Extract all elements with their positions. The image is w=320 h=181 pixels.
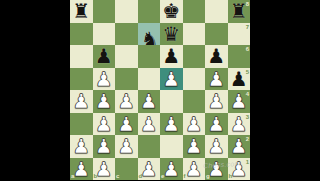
white-pawn[interactable]: ♟ [93, 68, 116, 91]
white-pawn[interactable]: ♟ [160, 158, 183, 181]
square-a2[interactable]: ♟ [70, 135, 93, 158]
square-c5[interactable] [115, 68, 138, 91]
square-h1[interactable]: ♟1h [228, 158, 251, 181]
square-e1[interactable]: ♟e [160, 158, 183, 181]
white-pawn[interactable]: ♟ [93, 90, 116, 113]
square-g2[interactable]: ♟ [205, 135, 228, 158]
square-g3[interactable]: ♟ [205, 113, 228, 136]
square-g7[interactable] [205, 23, 228, 46]
square-c8[interactable] [115, 0, 138, 23]
square-f5[interactable] [183, 68, 206, 91]
square-g1[interactable]: ♟g [205, 158, 228, 181]
white-pawn[interactable]: ♟ [205, 90, 228, 113]
square-b7[interactable] [93, 23, 116, 46]
white-pawn[interactable]: ♟ [183, 135, 206, 158]
square-b2[interactable]: ♟ [93, 135, 116, 158]
white-pawn[interactable]: ♟ [138, 113, 161, 136]
white-pawn[interactable]: ♟ [183, 158, 206, 181]
square-h7[interactable]: 7 [228, 23, 251, 46]
square-d7[interactable]: ♞ [138, 23, 161, 46]
letterbox-right [250, 0, 320, 180]
square-d3[interactable]: ♟ [138, 113, 161, 136]
square-g8[interactable] [205, 0, 228, 23]
black-rook[interactable]: ♜ [228, 0, 251, 23]
square-b8[interactable] [93, 0, 116, 23]
square-c3[interactable]: ♟ [115, 113, 138, 136]
white-pawn[interactable]: ♟ [205, 158, 228, 181]
white-pawn[interactable]: ♟ [138, 90, 161, 113]
white-pawn[interactable]: ♟ [228, 158, 251, 181]
white-pawn[interactable]: ♟ [115, 135, 138, 158]
square-f8[interactable] [183, 0, 206, 23]
square-c4[interactable]: ♟ [115, 90, 138, 113]
square-b6[interactable]: ♟ [93, 45, 116, 68]
square-g4[interactable]: ♟ [205, 90, 228, 113]
white-pawn[interactable]: ♟ [228, 113, 251, 136]
white-pawn[interactable]: ♟ [183, 113, 206, 136]
white-pawn[interactable]: ♟ [70, 90, 93, 113]
white-pawn[interactable]: ♟ [228, 90, 251, 113]
square-h3[interactable]: ♟3 [228, 113, 251, 136]
white-pawn[interactable]: ♟ [160, 68, 183, 91]
square-d8[interactable] [138, 0, 161, 23]
square-a4[interactable]: ♟ [70, 90, 93, 113]
square-a1[interactable]: ♟a [70, 158, 93, 181]
black-pawn[interactable]: ♟ [160, 45, 183, 68]
white-pawn[interactable]: ♟ [70, 158, 93, 181]
square-e3[interactable]: ♟ [160, 113, 183, 136]
white-pawn[interactable]: ♟ [115, 90, 138, 113]
white-pawn[interactable]: ♟ [93, 158, 116, 181]
square-e4[interactable] [160, 90, 183, 113]
square-f1[interactable]: ♟f [183, 158, 206, 181]
square-g6[interactable]: ♟ [205, 45, 228, 68]
rank-label-6: 6 [246, 46, 249, 52]
letterbox-left [0, 0, 70, 180]
square-h6[interactable]: 6 [228, 45, 251, 68]
square-e7[interactable]: ♛ [160, 23, 183, 46]
white-pawn[interactable]: ♟ [138, 158, 161, 181]
white-pawn[interactable]: ♟ [228, 135, 251, 158]
square-c6[interactable] [115, 45, 138, 68]
square-d1[interactable]: ♟d [138, 158, 161, 181]
square-a6[interactable] [70, 45, 93, 68]
square-d6[interactable] [138, 45, 161, 68]
black-king[interactable]: ♚ [160, 0, 183, 23]
square-h8[interactable]: ♜8 [228, 0, 251, 23]
square-h2[interactable]: ♟2 [228, 135, 251, 158]
white-pawn[interactable]: ♟ [205, 68, 228, 91]
square-c7[interactable] [115, 23, 138, 46]
square-c1[interactable]: c [115, 158, 138, 181]
square-f7[interactable] [183, 23, 206, 46]
white-pawn[interactable]: ♟ [205, 113, 228, 136]
square-e8[interactable]: ♚ [160, 0, 183, 23]
square-d2[interactable] [138, 135, 161, 158]
square-f6[interactable] [183, 45, 206, 68]
black-rook[interactable]: ♜ [70, 0, 93, 23]
square-e5[interactable]: ♟ [160, 68, 183, 91]
square-b4[interactable]: ♟ [93, 90, 116, 113]
square-f2[interactable]: ♟ [183, 135, 206, 158]
square-h4[interactable]: ♟4 [228, 90, 251, 113]
chess-board[interactable]: ♜♚♜8♞♛7♟♟♟6♟♟♟♟5♟♟♟♟♟♟4♟♟♟♟♟♟♟3♟♟♟♟♟♟2♟a… [70, 0, 250, 180]
square-g5[interactable]: ♟ [205, 68, 228, 91]
white-pawn[interactable]: ♟ [205, 135, 228, 158]
square-a3[interactable] [70, 113, 93, 136]
square-b3[interactable]: ♟ [93, 113, 116, 136]
square-f3[interactable]: ♟ [183, 113, 206, 136]
square-b1[interactable]: ♟b [93, 158, 116, 181]
square-d5[interactable] [138, 68, 161, 91]
square-a7[interactable] [70, 23, 93, 46]
black-pawn[interactable]: ♟ [205, 45, 228, 68]
white-pawn[interactable]: ♟ [93, 135, 116, 158]
square-a8[interactable]: ♜ [70, 0, 93, 23]
square-b5[interactable]: ♟ [93, 68, 116, 91]
square-a5[interactable] [70, 68, 93, 91]
square-e6[interactable]: ♟ [160, 45, 183, 68]
file-label-c: c [116, 173, 119, 179]
white-pawn[interactable]: ♟ [115, 113, 138, 136]
black-pawn[interactable]: ♟ [93, 45, 116, 68]
square-f4[interactable] [183, 90, 206, 113]
black-queen[interactable]: ♛ [160, 23, 183, 46]
white-pawn[interactable]: ♟ [93, 113, 116, 136]
black-pawn[interactable]: ♟ [228, 68, 251, 91]
square-c2[interactable]: ♟ [115, 135, 138, 158]
white-pawn[interactable]: ♟ [70, 135, 93, 158]
square-e2[interactable] [160, 135, 183, 158]
white-pawn[interactable]: ♟ [160, 113, 183, 136]
square-d4[interactable]: ♟ [138, 90, 161, 113]
square-h5[interactable]: ♟5 [228, 68, 251, 91]
video-frame: ♜♚♜8♞♛7♟♟♟6♟♟♟♟5♟♟♟♟♟♟4♟♟♟♟♟♟♟3♟♟♟♟♟♟2♟a… [0, 0, 320, 180]
rank-label-7: 7 [246, 24, 249, 30]
